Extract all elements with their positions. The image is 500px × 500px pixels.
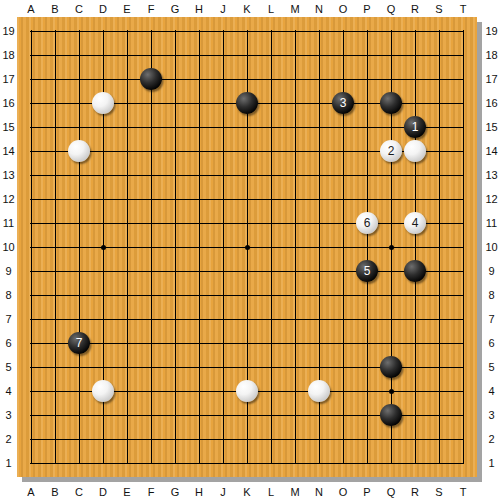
intersection-B12[interactable] bbox=[43, 187, 67, 211]
intersection-D15[interactable] bbox=[91, 115, 115, 139]
intersection-L11[interactable] bbox=[259, 211, 283, 235]
intersection-H13[interactable] bbox=[187, 163, 211, 187]
intersection-A7[interactable] bbox=[19, 307, 43, 331]
intersection-H7[interactable] bbox=[187, 307, 211, 331]
intersection-F18[interactable] bbox=[139, 43, 163, 67]
intersection-N1[interactable] bbox=[307, 451, 331, 475]
intersection-E3[interactable] bbox=[115, 403, 139, 427]
intersection-D4[interactable] bbox=[91, 379, 115, 403]
intersection-L5[interactable] bbox=[259, 355, 283, 379]
intersection-N4[interactable] bbox=[307, 379, 331, 403]
intersection-H4[interactable] bbox=[187, 379, 211, 403]
intersection-L2[interactable] bbox=[259, 427, 283, 451]
intersection-K1[interactable] bbox=[235, 451, 259, 475]
intersection-M13[interactable] bbox=[283, 163, 307, 187]
intersection-B6[interactable] bbox=[43, 331, 67, 355]
intersection-H17[interactable] bbox=[187, 67, 211, 91]
intersection-E17[interactable] bbox=[115, 67, 139, 91]
intersection-B2[interactable] bbox=[43, 427, 67, 451]
intersection-T16[interactable] bbox=[451, 91, 475, 115]
intersection-M10[interactable] bbox=[283, 235, 307, 259]
intersection-T7[interactable] bbox=[451, 307, 475, 331]
intersection-S6[interactable] bbox=[427, 331, 451, 355]
intersection-L17[interactable] bbox=[259, 67, 283, 91]
intersection-J19[interactable] bbox=[211, 19, 235, 43]
intersection-C12[interactable] bbox=[67, 187, 91, 211]
intersection-M14[interactable] bbox=[283, 139, 307, 163]
intersection-F6[interactable] bbox=[139, 331, 163, 355]
intersection-S15[interactable] bbox=[427, 115, 451, 139]
intersection-F7[interactable] bbox=[139, 307, 163, 331]
intersection-P5[interactable] bbox=[355, 355, 379, 379]
intersection-M6[interactable] bbox=[283, 331, 307, 355]
intersection-K10[interactable] bbox=[235, 235, 259, 259]
intersection-G13[interactable] bbox=[163, 163, 187, 187]
intersection-T15[interactable] bbox=[451, 115, 475, 139]
intersection-M2[interactable] bbox=[283, 427, 307, 451]
intersection-P14[interactable] bbox=[355, 139, 379, 163]
intersection-F2[interactable] bbox=[139, 427, 163, 451]
intersection-F5[interactable] bbox=[139, 355, 163, 379]
intersection-N9[interactable] bbox=[307, 259, 331, 283]
intersection-N2[interactable] bbox=[307, 427, 331, 451]
intersection-L18[interactable] bbox=[259, 43, 283, 67]
intersection-K13[interactable] bbox=[235, 163, 259, 187]
intersection-R8[interactable] bbox=[403, 283, 427, 307]
intersection-G2[interactable] bbox=[163, 427, 187, 451]
intersection-G14[interactable] bbox=[163, 139, 187, 163]
intersection-M1[interactable] bbox=[283, 451, 307, 475]
intersection-O18[interactable] bbox=[331, 43, 355, 67]
intersection-B17[interactable] bbox=[43, 67, 67, 91]
intersection-G17[interactable] bbox=[163, 67, 187, 91]
intersection-D8[interactable] bbox=[91, 283, 115, 307]
intersection-S8[interactable] bbox=[427, 283, 451, 307]
intersection-R7[interactable] bbox=[403, 307, 427, 331]
intersection-E13[interactable] bbox=[115, 163, 139, 187]
intersection-Q10[interactable] bbox=[379, 235, 403, 259]
intersection-T6[interactable] bbox=[451, 331, 475, 355]
intersection-S12[interactable] bbox=[427, 187, 451, 211]
intersection-H9[interactable] bbox=[187, 259, 211, 283]
intersection-B11[interactable] bbox=[43, 211, 67, 235]
intersection-S18[interactable] bbox=[427, 43, 451, 67]
intersection-G6[interactable] bbox=[163, 331, 187, 355]
intersection-Q8[interactable] bbox=[379, 283, 403, 307]
intersection-B7[interactable] bbox=[43, 307, 67, 331]
intersection-P10[interactable] bbox=[355, 235, 379, 259]
intersection-R1[interactable] bbox=[403, 451, 427, 475]
intersection-G15[interactable] bbox=[163, 115, 187, 139]
intersection-T9[interactable] bbox=[451, 259, 475, 283]
intersection-D12[interactable] bbox=[91, 187, 115, 211]
intersection-R5[interactable] bbox=[403, 355, 427, 379]
intersection-E18[interactable] bbox=[115, 43, 139, 67]
intersection-L12[interactable] bbox=[259, 187, 283, 211]
intersection-Q16[interactable] bbox=[379, 91, 403, 115]
intersection-N15[interactable] bbox=[307, 115, 331, 139]
intersection-F16[interactable] bbox=[139, 91, 163, 115]
intersection-O8[interactable] bbox=[331, 283, 355, 307]
intersection-T12[interactable] bbox=[451, 187, 475, 211]
intersection-F1[interactable] bbox=[139, 451, 163, 475]
intersection-Q17[interactable] bbox=[379, 67, 403, 91]
intersection-N6[interactable] bbox=[307, 331, 331, 355]
intersection-J5[interactable] bbox=[211, 355, 235, 379]
intersection-L15[interactable] bbox=[259, 115, 283, 139]
intersection-C3[interactable] bbox=[67, 403, 91, 427]
intersection-N11[interactable] bbox=[307, 211, 331, 235]
intersection-H2[interactable] bbox=[187, 427, 211, 451]
intersection-G18[interactable] bbox=[163, 43, 187, 67]
intersection-R12[interactable] bbox=[403, 187, 427, 211]
intersection-E15[interactable] bbox=[115, 115, 139, 139]
intersection-O10[interactable] bbox=[331, 235, 355, 259]
intersection-J10[interactable] bbox=[211, 235, 235, 259]
intersection-H3[interactable] bbox=[187, 403, 211, 427]
intersection-P6[interactable] bbox=[355, 331, 379, 355]
intersection-J3[interactable] bbox=[211, 403, 235, 427]
intersection-Q4[interactable] bbox=[379, 379, 403, 403]
intersection-A13[interactable] bbox=[19, 163, 43, 187]
intersection-R9[interactable] bbox=[403, 259, 427, 283]
intersection-B9[interactable] bbox=[43, 259, 67, 283]
intersection-T19[interactable] bbox=[451, 19, 475, 43]
intersection-E1[interactable] bbox=[115, 451, 139, 475]
intersection-E6[interactable] bbox=[115, 331, 139, 355]
intersection-P11[interactable]: 6 bbox=[355, 211, 379, 235]
intersection-L4[interactable] bbox=[259, 379, 283, 403]
intersection-H5[interactable] bbox=[187, 355, 211, 379]
intersection-H6[interactable] bbox=[187, 331, 211, 355]
intersection-J8[interactable] bbox=[211, 283, 235, 307]
intersection-T8[interactable] bbox=[451, 283, 475, 307]
intersection-K16[interactable] bbox=[235, 91, 259, 115]
intersection-Q1[interactable] bbox=[379, 451, 403, 475]
intersection-Q11[interactable] bbox=[379, 211, 403, 235]
intersection-F8[interactable] bbox=[139, 283, 163, 307]
intersection-E16[interactable] bbox=[115, 91, 139, 115]
intersection-J12[interactable] bbox=[211, 187, 235, 211]
intersection-S2[interactable] bbox=[427, 427, 451, 451]
intersection-B19[interactable] bbox=[43, 19, 67, 43]
intersection-B15[interactable] bbox=[43, 115, 67, 139]
intersection-A9[interactable] bbox=[19, 259, 43, 283]
intersection-D13[interactable] bbox=[91, 163, 115, 187]
intersection-C9[interactable] bbox=[67, 259, 91, 283]
intersection-M12[interactable] bbox=[283, 187, 307, 211]
intersection-M16[interactable] bbox=[283, 91, 307, 115]
intersection-S7[interactable] bbox=[427, 307, 451, 331]
intersection-A18[interactable] bbox=[19, 43, 43, 67]
intersection-K7[interactable] bbox=[235, 307, 259, 331]
intersection-O14[interactable] bbox=[331, 139, 355, 163]
intersection-A2[interactable] bbox=[19, 427, 43, 451]
intersection-Q6[interactable] bbox=[379, 331, 403, 355]
intersection-C16[interactable] bbox=[67, 91, 91, 115]
intersection-C4[interactable] bbox=[67, 379, 91, 403]
intersection-Q12[interactable] bbox=[379, 187, 403, 211]
intersection-R18[interactable] bbox=[403, 43, 427, 67]
intersection-E8[interactable] bbox=[115, 283, 139, 307]
intersection-O5[interactable] bbox=[331, 355, 355, 379]
intersection-A19[interactable] bbox=[19, 19, 43, 43]
intersection-K19[interactable] bbox=[235, 19, 259, 43]
intersection-T10[interactable] bbox=[451, 235, 475, 259]
intersection-L13[interactable] bbox=[259, 163, 283, 187]
intersection-B5[interactable] bbox=[43, 355, 67, 379]
intersection-M15[interactable] bbox=[283, 115, 307, 139]
intersection-B8[interactable] bbox=[43, 283, 67, 307]
intersection-R4[interactable] bbox=[403, 379, 427, 403]
intersection-B10[interactable] bbox=[43, 235, 67, 259]
intersection-R17[interactable] bbox=[403, 67, 427, 91]
intersection-P13[interactable] bbox=[355, 163, 379, 187]
intersection-B3[interactable] bbox=[43, 403, 67, 427]
intersection-G10[interactable] bbox=[163, 235, 187, 259]
intersection-S5[interactable] bbox=[427, 355, 451, 379]
intersection-J18[interactable] bbox=[211, 43, 235, 67]
intersection-P17[interactable] bbox=[355, 67, 379, 91]
intersection-M7[interactable] bbox=[283, 307, 307, 331]
intersection-S17[interactable] bbox=[427, 67, 451, 91]
intersection-D10[interactable] bbox=[91, 235, 115, 259]
intersection-C17[interactable] bbox=[67, 67, 91, 91]
intersection-M19[interactable] bbox=[283, 19, 307, 43]
intersection-K15[interactable] bbox=[235, 115, 259, 139]
intersection-E9[interactable] bbox=[115, 259, 139, 283]
intersection-N3[interactable] bbox=[307, 403, 331, 427]
intersection-N10[interactable] bbox=[307, 235, 331, 259]
intersection-M3[interactable] bbox=[283, 403, 307, 427]
intersection-T13[interactable] bbox=[451, 163, 475, 187]
intersection-K5[interactable] bbox=[235, 355, 259, 379]
intersection-T11[interactable] bbox=[451, 211, 475, 235]
intersection-O11[interactable] bbox=[331, 211, 355, 235]
intersection-K11[interactable] bbox=[235, 211, 259, 235]
intersection-P2[interactable] bbox=[355, 427, 379, 451]
intersection-H14[interactable] bbox=[187, 139, 211, 163]
intersection-C2[interactable] bbox=[67, 427, 91, 451]
intersection-C14[interactable] bbox=[67, 139, 91, 163]
intersection-R10[interactable] bbox=[403, 235, 427, 259]
intersection-F13[interactable] bbox=[139, 163, 163, 187]
intersection-G9[interactable] bbox=[163, 259, 187, 283]
intersection-F3[interactable] bbox=[139, 403, 163, 427]
intersection-C13[interactable] bbox=[67, 163, 91, 187]
intersection-H12[interactable] bbox=[187, 187, 211, 211]
intersection-Q3[interactable] bbox=[379, 403, 403, 427]
intersection-Q14[interactable]: 2 bbox=[379, 139, 403, 163]
intersection-N16[interactable] bbox=[307, 91, 331, 115]
intersection-T4[interactable] bbox=[451, 379, 475, 403]
intersection-C1[interactable] bbox=[67, 451, 91, 475]
intersection-Q15[interactable] bbox=[379, 115, 403, 139]
intersection-E10[interactable] bbox=[115, 235, 139, 259]
intersection-D9[interactable] bbox=[91, 259, 115, 283]
intersection-A11[interactable] bbox=[19, 211, 43, 235]
intersection-L10[interactable] bbox=[259, 235, 283, 259]
intersection-K14[interactable] bbox=[235, 139, 259, 163]
intersection-M4[interactable] bbox=[283, 379, 307, 403]
intersection-J15[interactable] bbox=[211, 115, 235, 139]
intersection-O15[interactable] bbox=[331, 115, 355, 139]
intersection-P16[interactable] bbox=[355, 91, 379, 115]
intersection-R11[interactable]: 4 bbox=[403, 211, 427, 235]
intersection-N13[interactable] bbox=[307, 163, 331, 187]
intersection-R19[interactable] bbox=[403, 19, 427, 43]
intersection-B18[interactable] bbox=[43, 43, 67, 67]
intersection-R3[interactable] bbox=[403, 403, 427, 427]
intersection-N14[interactable] bbox=[307, 139, 331, 163]
intersection-B13[interactable] bbox=[43, 163, 67, 187]
intersection-P9[interactable]: 5 bbox=[355, 259, 379, 283]
intersection-E7[interactable] bbox=[115, 307, 139, 331]
intersection-C8[interactable] bbox=[67, 283, 91, 307]
intersection-F15[interactable] bbox=[139, 115, 163, 139]
intersection-M9[interactable] bbox=[283, 259, 307, 283]
intersection-K9[interactable] bbox=[235, 259, 259, 283]
intersection-O1[interactable] bbox=[331, 451, 355, 475]
intersection-E5[interactable] bbox=[115, 355, 139, 379]
intersection-F10[interactable] bbox=[139, 235, 163, 259]
intersection-R13[interactable] bbox=[403, 163, 427, 187]
intersection-J2[interactable] bbox=[211, 427, 235, 451]
intersection-S14[interactable] bbox=[427, 139, 451, 163]
intersection-S13[interactable] bbox=[427, 163, 451, 187]
intersection-J16[interactable] bbox=[211, 91, 235, 115]
intersection-F11[interactable] bbox=[139, 211, 163, 235]
intersection-A12[interactable] bbox=[19, 187, 43, 211]
intersection-O19[interactable] bbox=[331, 19, 355, 43]
intersection-P4[interactable] bbox=[355, 379, 379, 403]
intersection-G16[interactable] bbox=[163, 91, 187, 115]
intersection-P3[interactable] bbox=[355, 403, 379, 427]
intersection-E11[interactable] bbox=[115, 211, 139, 235]
intersection-C7[interactable] bbox=[67, 307, 91, 331]
intersection-S4[interactable] bbox=[427, 379, 451, 403]
intersection-J17[interactable] bbox=[211, 67, 235, 91]
intersection-C19[interactable] bbox=[67, 19, 91, 43]
intersection-K8[interactable] bbox=[235, 283, 259, 307]
intersection-K17[interactable] bbox=[235, 67, 259, 91]
intersection-H8[interactable] bbox=[187, 283, 211, 307]
intersection-A1[interactable] bbox=[19, 451, 43, 475]
intersection-H1[interactable] bbox=[187, 451, 211, 475]
intersection-Q7[interactable] bbox=[379, 307, 403, 331]
intersection-M5[interactable] bbox=[283, 355, 307, 379]
intersection-L14[interactable] bbox=[259, 139, 283, 163]
intersection-O2[interactable] bbox=[331, 427, 355, 451]
intersection-G19[interactable] bbox=[163, 19, 187, 43]
intersection-C18[interactable] bbox=[67, 43, 91, 67]
intersection-J7[interactable] bbox=[211, 307, 235, 331]
intersection-O17[interactable] bbox=[331, 67, 355, 91]
intersection-B16[interactable] bbox=[43, 91, 67, 115]
intersection-A3[interactable] bbox=[19, 403, 43, 427]
intersection-G7[interactable] bbox=[163, 307, 187, 331]
intersection-F14[interactable] bbox=[139, 139, 163, 163]
intersection-P8[interactable] bbox=[355, 283, 379, 307]
intersection-Q5[interactable] bbox=[379, 355, 403, 379]
intersection-D2[interactable] bbox=[91, 427, 115, 451]
intersection-A10[interactable] bbox=[19, 235, 43, 259]
intersection-C6[interactable]: 7 bbox=[67, 331, 91, 355]
intersection-L1[interactable] bbox=[259, 451, 283, 475]
intersection-N5[interactable] bbox=[307, 355, 331, 379]
intersection-R6[interactable] bbox=[403, 331, 427, 355]
intersection-T3[interactable] bbox=[451, 403, 475, 427]
intersection-H16[interactable] bbox=[187, 91, 211, 115]
intersection-E19[interactable] bbox=[115, 19, 139, 43]
intersection-E14[interactable] bbox=[115, 139, 139, 163]
intersection-A15[interactable] bbox=[19, 115, 43, 139]
intersection-B4[interactable] bbox=[43, 379, 67, 403]
intersection-S16[interactable] bbox=[427, 91, 451, 115]
intersection-M18[interactable] bbox=[283, 43, 307, 67]
intersection-F17[interactable] bbox=[139, 67, 163, 91]
intersection-Q13[interactable] bbox=[379, 163, 403, 187]
intersection-Q9[interactable] bbox=[379, 259, 403, 283]
intersection-P12[interactable] bbox=[355, 187, 379, 211]
intersection-E4[interactable] bbox=[115, 379, 139, 403]
intersection-C10[interactable] bbox=[67, 235, 91, 259]
intersection-D17[interactable] bbox=[91, 67, 115, 91]
intersection-T18[interactable] bbox=[451, 43, 475, 67]
intersection-N18[interactable] bbox=[307, 43, 331, 67]
intersection-S19[interactable] bbox=[427, 19, 451, 43]
intersection-P19[interactable] bbox=[355, 19, 379, 43]
intersection-S1[interactable] bbox=[427, 451, 451, 475]
intersection-H15[interactable] bbox=[187, 115, 211, 139]
intersection-S11[interactable] bbox=[427, 211, 451, 235]
intersection-E12[interactable] bbox=[115, 187, 139, 211]
intersection-T17[interactable] bbox=[451, 67, 475, 91]
intersection-D1[interactable] bbox=[91, 451, 115, 475]
intersection-K3[interactable] bbox=[235, 403, 259, 427]
intersection-G12[interactable] bbox=[163, 187, 187, 211]
intersection-O6[interactable] bbox=[331, 331, 355, 355]
intersection-L9[interactable] bbox=[259, 259, 283, 283]
intersection-L3[interactable] bbox=[259, 403, 283, 427]
intersection-N17[interactable] bbox=[307, 67, 331, 91]
intersection-T14[interactable] bbox=[451, 139, 475, 163]
intersection-C5[interactable] bbox=[67, 355, 91, 379]
intersection-G4[interactable] bbox=[163, 379, 187, 403]
intersection-D3[interactable] bbox=[91, 403, 115, 427]
intersection-A16[interactable] bbox=[19, 91, 43, 115]
intersection-M11[interactable] bbox=[283, 211, 307, 235]
intersection-D16[interactable] bbox=[91, 91, 115, 115]
intersection-P7[interactable] bbox=[355, 307, 379, 331]
intersection-O9[interactable] bbox=[331, 259, 355, 283]
intersection-J4[interactable] bbox=[211, 379, 235, 403]
intersection-O16[interactable]: 3 bbox=[331, 91, 355, 115]
intersection-O12[interactable] bbox=[331, 187, 355, 211]
intersection-G11[interactable] bbox=[163, 211, 187, 235]
intersection-A17[interactable] bbox=[19, 67, 43, 91]
intersection-J1[interactable] bbox=[211, 451, 235, 475]
intersection-K12[interactable] bbox=[235, 187, 259, 211]
intersection-J13[interactable] bbox=[211, 163, 235, 187]
intersection-L16[interactable] bbox=[259, 91, 283, 115]
intersection-S3[interactable] bbox=[427, 403, 451, 427]
intersection-N7[interactable] bbox=[307, 307, 331, 331]
intersection-J14[interactable] bbox=[211, 139, 235, 163]
intersection-F9[interactable] bbox=[139, 259, 163, 283]
intersection-P18[interactable] bbox=[355, 43, 379, 67]
intersection-O3[interactable] bbox=[331, 403, 355, 427]
